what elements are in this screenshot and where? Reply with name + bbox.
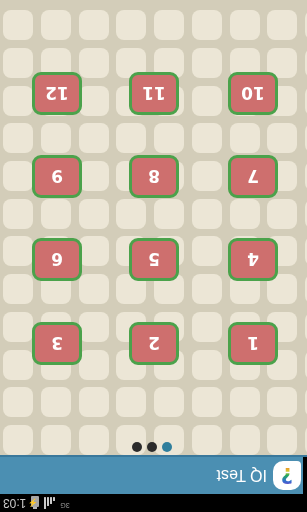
bg-cell	[267, 425, 297, 455]
bg-cell	[305, 274, 307, 304]
bg-cell	[41, 199, 71, 229]
pager-dot-2	[147, 442, 157, 452]
bg-cell	[3, 10, 33, 40]
bg-cell	[3, 312, 33, 342]
bg-cell	[305, 86, 307, 116]
bg-cell	[41, 425, 71, 455]
tile-number: 4	[247, 250, 259, 270]
bg-cell	[192, 161, 222, 191]
battery-charging-icon: ⚡	[31, 497, 39, 510]
screenshot-viewport: 3G ⚡ 1:03 ? IQ Test 123456789101112	[0, 0, 307, 512]
tile-number: 12	[45, 84, 69, 104]
tile-number: 10	[241, 84, 265, 104]
bg-cell	[192, 123, 222, 153]
bg-cell	[116, 199, 146, 229]
phone-screen-rotated-180: 3G ⚡ 1:03 ? IQ Test 123456789101112	[0, 0, 307, 512]
bg-cell	[116, 10, 146, 40]
bg-cell	[305, 236, 307, 266]
bg-cell	[192, 86, 222, 116]
bg-cell	[305, 350, 307, 380]
bg-cell	[192, 236, 222, 266]
status-bar: 3G ⚡ 1:03	[0, 494, 307, 512]
bg-cell	[267, 387, 297, 417]
tile-number: 11	[142, 84, 166, 104]
tile-number: 5	[148, 250, 160, 270]
bg-cell	[154, 10, 184, 40]
bg-cell	[305, 123, 307, 153]
tile-number: 8	[148, 167, 160, 187]
bg-cell	[192, 387, 222, 417]
number-tile-12[interactable]: 12	[32, 72, 82, 115]
app-icon: ?	[273, 461, 301, 490]
number-tile-3[interactable]: 3	[32, 322, 82, 365]
bg-cell	[192, 48, 222, 78]
bg-cell	[305, 48, 307, 78]
bg-cell	[3, 274, 33, 304]
bg-cell	[3, 350, 33, 380]
bg-cell	[305, 199, 307, 229]
number-tile-10[interactable]: 10	[228, 72, 278, 115]
tile-number: 3	[51, 334, 63, 354]
bg-cell	[267, 10, 297, 40]
pager-dot-3	[132, 442, 142, 452]
bg-cell	[154, 387, 184, 417]
bg-cell	[230, 387, 260, 417]
bg-cell	[267, 123, 297, 153]
bg-cell	[3, 199, 33, 229]
bg-cell	[230, 10, 260, 40]
bg-cell	[79, 161, 109, 191]
bg-cell	[79, 425, 109, 455]
tile-number: 6	[51, 250, 63, 270]
bg-cell	[3, 123, 33, 153]
bg-cell	[3, 48, 33, 78]
bg-cell	[305, 10, 307, 40]
bg-cell	[3, 425, 33, 455]
bg-cell	[192, 425, 222, 455]
bg-cell	[79, 350, 109, 380]
page-indicator	[132, 442, 172, 452]
clock-time: 1:03	[3, 496, 26, 510]
bg-cell	[192, 274, 222, 304]
number-tile-6[interactable]: 6	[32, 238, 82, 281]
bg-cell	[230, 199, 260, 229]
game-board-area: 123456789101112	[0, 0, 307, 455]
bg-cell	[154, 123, 184, 153]
question-mark-icon: ?	[281, 464, 293, 488]
number-tile-9[interactable]: 9	[32, 155, 82, 198]
bg-cell	[3, 86, 33, 116]
signal-strength-icon	[44, 497, 55, 509]
bg-cell	[79, 48, 109, 78]
tile-number: 2	[148, 334, 160, 354]
bg-cell	[154, 199, 184, 229]
pager-dot-1	[162, 442, 172, 452]
bg-cell	[230, 123, 260, 153]
bg-cell	[192, 10, 222, 40]
bg-cell	[3, 161, 33, 191]
bg-cell	[192, 199, 222, 229]
number-tile-1[interactable]: 1	[228, 322, 278, 365]
bg-cell	[192, 312, 222, 342]
tile-number: 7	[247, 167, 259, 187]
number-tile-5[interactable]: 5	[129, 238, 179, 281]
bg-cell	[79, 123, 109, 153]
screen-edge-black-strip	[303, 457, 307, 512]
number-tile-4[interactable]: 4	[228, 238, 278, 281]
bg-cell	[79, 10, 109, 40]
bg-cell	[79, 274, 109, 304]
bg-cell	[79, 86, 109, 116]
bg-cell	[267, 199, 297, 229]
action-bar: ? IQ Test	[0, 455, 307, 494]
app-title: IQ Test	[217, 457, 267, 494]
bg-cell	[305, 312, 307, 342]
network-3g-label: 3G	[60, 503, 69, 510]
number-tile-2[interactable]: 2	[129, 322, 179, 365]
bg-cell	[3, 387, 33, 417]
number-tile-11[interactable]: 11	[129, 72, 179, 115]
bg-cell	[305, 387, 307, 417]
bg-cell	[192, 350, 222, 380]
number-tile-8[interactable]: 8	[129, 155, 179, 198]
bg-cell	[305, 161, 307, 191]
bg-cell	[230, 425, 260, 455]
tile-number: 9	[51, 167, 63, 187]
number-tile-7[interactable]: 7	[228, 155, 278, 198]
bg-cell	[116, 123, 146, 153]
bg-cell	[41, 387, 71, 417]
bg-cell	[116, 387, 146, 417]
bg-cell	[79, 236, 109, 266]
bg-cell	[41, 10, 71, 40]
bg-cell	[305, 425, 307, 455]
tile-number: 1	[247, 334, 259, 354]
bg-cell	[79, 387, 109, 417]
bg-cell	[79, 199, 109, 229]
bg-cell	[3, 236, 33, 266]
bg-cell	[79, 312, 109, 342]
bg-cell	[41, 123, 71, 153]
